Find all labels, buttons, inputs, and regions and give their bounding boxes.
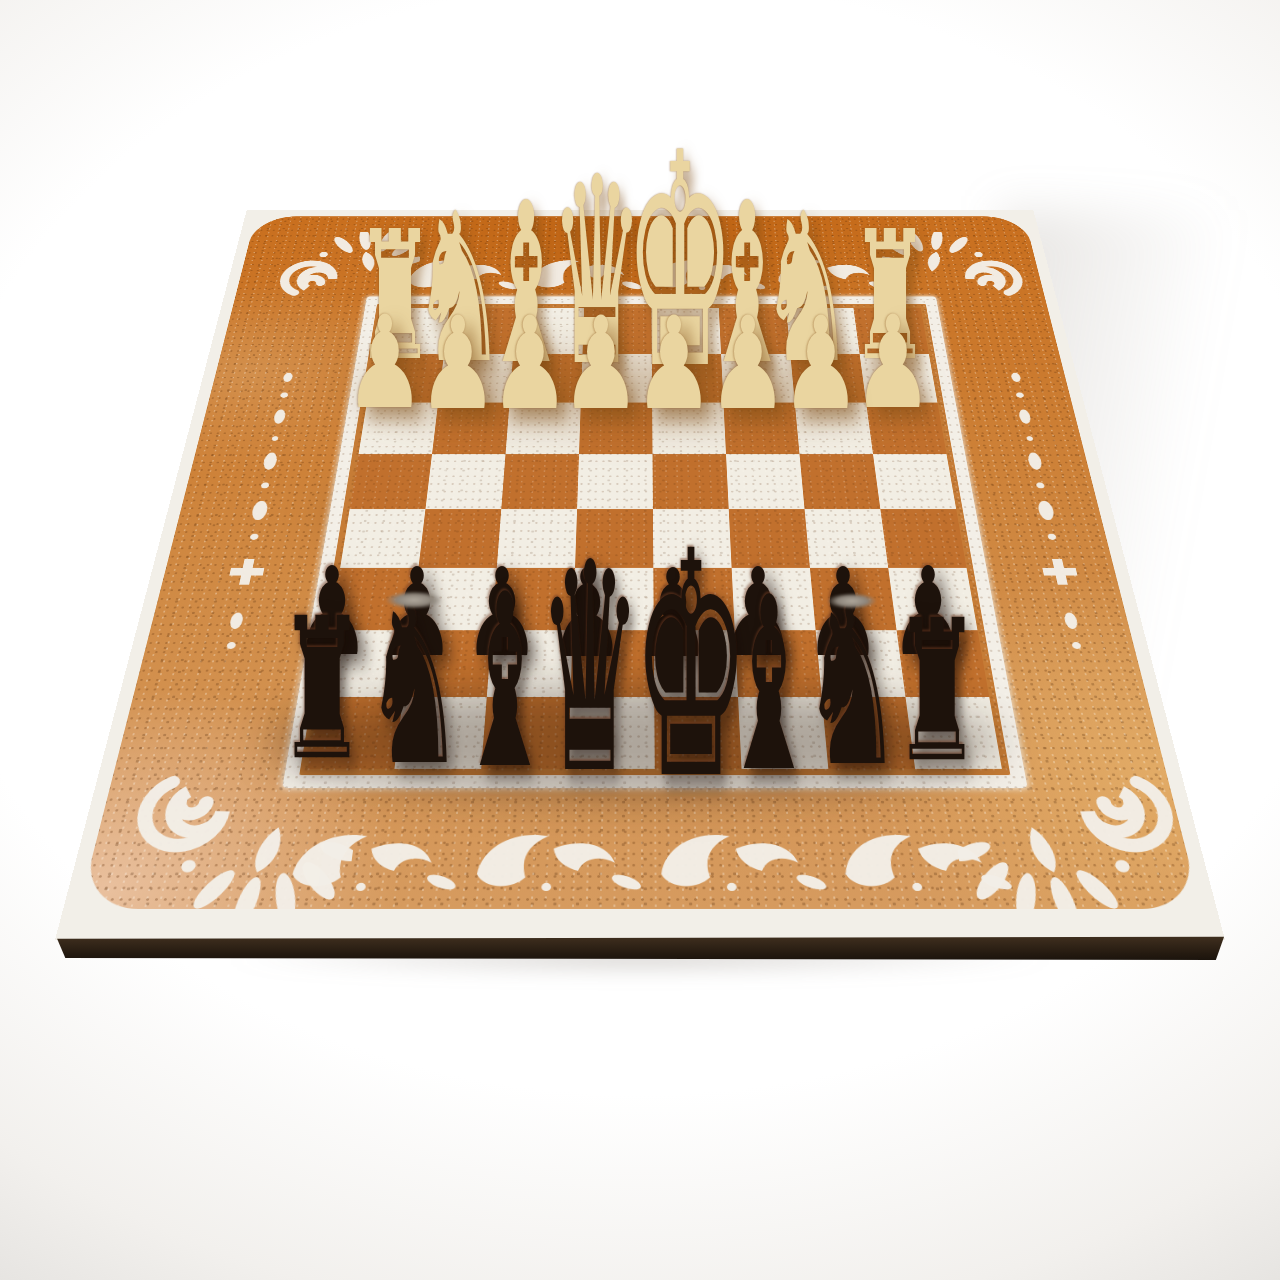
- black-knight-1-chipped-top: [385, 591, 443, 609]
- white-pawn-7[interactable]: ♟: [781, 300, 861, 428]
- black-rook-2[interactable]: ♜: [893, 594, 980, 789]
- white-pawn-5[interactable]: ♟: [634, 300, 714, 428]
- square-r4c2[interactable]: [425, 454, 505, 509]
- white-pawn-6[interactable]: ♟: [708, 300, 788, 428]
- white-pawn-3[interactable]: ♟: [490, 300, 570, 428]
- black-knight-2-chipped-top: [827, 593, 877, 609]
- black-queen[interactable]: ♛: [538, 525, 642, 814]
- black-king[interactable]: ♚: [632, 511, 749, 822]
- black-rook-1[interactable]: ♜: [278, 592, 365, 787]
- dotted-ornament-icon: [999, 370, 1097, 659]
- black-knight-1[interactable]: ♞: [363, 576, 466, 796]
- square-r4c8[interactable]: [873, 454, 956, 509]
- photo-background: ♜♞♝♛♚♝♞♜♟♟♟♟♟♟♟♟♟♟♟♟♟♟♟♟♜♞♝♛♚♝♞♜: [0, 0, 1280, 1280]
- white-pawn-4[interactable]: ♟: [561, 300, 641, 428]
- white-pawn-8[interactable]: ♟: [853, 299, 933, 427]
- square-r4c1[interactable]: [350, 454, 432, 509]
- square-r4c7[interactable]: [800, 454, 881, 509]
- white-pawn-2[interactable]: ♟: [418, 300, 498, 428]
- white-pawn-1[interactable]: ♟: [345, 299, 425, 427]
